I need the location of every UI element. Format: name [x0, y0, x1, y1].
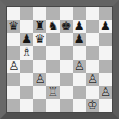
square-f8[interactable]: [73, 7, 86, 20]
square-d1[interactable]: [46, 99, 59, 112]
square-b5[interactable]: ♗: [20, 46, 33, 59]
square-d2[interactable]: ♖: [46, 86, 59, 99]
square-c4[interactable]: [33, 60, 46, 73]
square-g3[interactable]: ♙: [86, 73, 99, 86]
square-b7[interactable]: [20, 20, 33, 33]
square-a8[interactable]: [7, 7, 20, 20]
square-b2[interactable]: [20, 86, 33, 99]
square-e1[interactable]: [60, 99, 73, 112]
square-a6[interactable]: [7, 33, 20, 46]
square-g6[interactable]: [86, 33, 99, 46]
square-h1[interactable]: [99, 99, 112, 112]
square-g1[interactable]: ♔: [86, 99, 99, 112]
piece-black-pawn: ♟: [100, 20, 111, 33]
square-e2[interactable]: [60, 86, 73, 99]
square-e3[interactable]: [60, 73, 73, 86]
piece-white-king: ♔: [87, 99, 98, 112]
square-h3[interactable]: [99, 73, 112, 86]
square-g4[interactable]: [86, 60, 99, 73]
square-d5[interactable]: [46, 46, 59, 59]
chess-board: ♛♜♞♚♟♟♟♛♟♗♙♙♙♙♖♙♔: [7, 7, 112, 112]
square-f3[interactable]: [73, 73, 86, 86]
square-d3[interactable]: [46, 73, 59, 86]
square-f2[interactable]: [73, 86, 86, 99]
square-a4[interactable]: ♙: [7, 60, 20, 73]
square-f6[interactable]: ♟: [73, 33, 86, 46]
square-h2[interactable]: ♙: [99, 86, 112, 99]
square-b6[interactable]: ♟: [20, 33, 33, 46]
piece-white-bishop: ♗: [21, 46, 32, 59]
square-e5[interactable]: [60, 46, 73, 59]
square-a2[interactable]: [7, 86, 20, 99]
square-g7[interactable]: [86, 20, 99, 33]
chess-diagram: ♛♜♞♚♟♟♟♛♟♗♙♙♙♙♖♙♔: [0, 0, 119, 119]
square-e4[interactable]: [60, 60, 73, 73]
square-d7[interactable]: ♞: [46, 20, 59, 33]
square-b3[interactable]: [20, 73, 33, 86]
piece-white-pawn: ♙: [34, 73, 45, 86]
piece-black-pawn: ♟: [74, 33, 85, 46]
piece-black-knight: ♞: [48, 20, 59, 33]
square-c8[interactable]: [33, 7, 46, 20]
square-h5[interactable]: [99, 46, 112, 59]
square-g5[interactable]: [86, 46, 99, 59]
square-f7[interactable]: ♟: [73, 20, 86, 33]
square-h4[interactable]: [99, 60, 112, 73]
piece-black-pawn: ♟: [74, 20, 85, 33]
piece-black-rook: ♜: [34, 20, 45, 33]
square-e6[interactable]: [60, 33, 73, 46]
piece-white-pawn: ♙: [100, 86, 111, 99]
square-g8[interactable]: [86, 7, 99, 20]
square-d8[interactable]: [46, 7, 59, 20]
square-g2[interactable]: [86, 86, 99, 99]
piece-black-king: ♚: [61, 20, 72, 33]
square-f4[interactable]: ♙: [73, 60, 86, 73]
piece-white-pawn: ♙: [74, 60, 85, 73]
square-a3[interactable]: [7, 73, 20, 86]
piece-white-pawn: ♙: [87, 73, 98, 86]
piece-black-pawn: ♟: [21, 33, 32, 46]
square-a5[interactable]: [7, 46, 20, 59]
square-d6[interactable]: [46, 33, 59, 46]
square-f5[interactable]: [73, 46, 86, 59]
piece-white-rook: ♖: [48, 86, 59, 99]
piece-white-pawn: ♙: [8, 60, 19, 73]
square-h8[interactable]: [99, 7, 112, 20]
square-c1[interactable]: [33, 99, 46, 112]
square-h6[interactable]: [99, 33, 112, 46]
square-d4[interactable]: [46, 60, 59, 73]
piece-black-queen: ♛: [8, 20, 19, 33]
square-c5[interactable]: [33, 46, 46, 59]
square-h7[interactable]: ♟: [99, 20, 112, 33]
piece-black-queen: ♛: [34, 33, 45, 46]
square-a7[interactable]: ♛: [7, 20, 20, 33]
square-a1[interactable]: [7, 99, 20, 112]
square-e7[interactable]: ♚: [60, 20, 73, 33]
square-c2[interactable]: [33, 86, 46, 99]
square-f1[interactable]: [73, 99, 86, 112]
square-e8[interactable]: [60, 7, 73, 20]
square-b4[interactable]: [20, 60, 33, 73]
square-b1[interactable]: [20, 99, 33, 112]
square-c7[interactable]: ♜: [33, 20, 46, 33]
square-b8[interactable]: [20, 7, 33, 20]
square-c3[interactable]: ♙: [33, 73, 46, 86]
square-c6[interactable]: ♛: [33, 33, 46, 46]
